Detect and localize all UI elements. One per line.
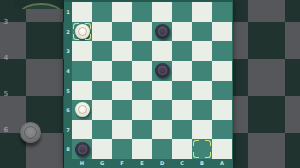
row-labels: 12345678 [64, 2, 72, 159]
background-highlight-square [13, 0, 66, 9]
square-c1[interactable] [172, 2, 192, 22]
square-e3[interactable] [132, 41, 152, 61]
square-b6[interactable] [192, 100, 212, 120]
square-a6[interactable] [212, 100, 232, 120]
square-f6[interactable] [112, 100, 132, 120]
square-a5[interactable] [212, 81, 232, 101]
square-c3[interactable] [172, 41, 192, 61]
square-b5[interactable] [192, 81, 212, 101]
square-h3[interactable] [72, 41, 92, 61]
square-e5[interactable] [132, 81, 152, 101]
white-piece-h2[interactable] [75, 24, 90, 39]
row-label-2: 2 [65, 23, 72, 40]
square-b3[interactable] [192, 41, 212, 61]
square-d6[interactable] [152, 100, 172, 120]
background-dimmed-piece [20, 122, 41, 143]
square-b7[interactable] [192, 120, 212, 140]
col-label-f: F [114, 158, 131, 167]
piece-ring [24, 126, 37, 139]
square-g7[interactable] [92, 120, 112, 140]
col-label-d: D [154, 158, 171, 167]
row-label-6: 6 [65, 102, 72, 119]
background-row-label-5: 5 [2, 90, 10, 98]
square-b2[interactable] [192, 22, 212, 42]
square-c5[interactable] [172, 81, 192, 101]
square-a3[interactable] [212, 41, 232, 61]
square-a1[interactable] [212, 2, 232, 22]
square-d3[interactable] [152, 41, 172, 61]
piece-ring [158, 66, 167, 75]
square-h4[interactable] [72, 61, 92, 81]
highlight-brackets [193, 140, 211, 158]
piece-ring [78, 27, 87, 36]
col-label-e: E [134, 158, 151, 167]
background-row-label-4: 4 [2, 54, 10, 62]
square-c2[interactable] [172, 22, 192, 42]
square-g1[interactable] [92, 2, 112, 22]
col-label-g: G [94, 158, 111, 167]
square-a2[interactable] [212, 22, 232, 42]
square-d1[interactable] [152, 2, 172, 22]
board-panel: 12345678 HGFEDCBA [64, 0, 233, 168]
square-h6[interactable] [72, 100, 92, 120]
row-label-3: 3 [65, 43, 72, 60]
col-label-c: C [174, 158, 191, 167]
col-label-a: A [214, 158, 231, 167]
square-c4[interactable] [172, 61, 192, 81]
black-piece-d4[interactable] [155, 63, 170, 78]
square-h1[interactable] [72, 2, 92, 22]
square-f7[interactable] [112, 120, 132, 140]
square-a4[interactable] [212, 61, 232, 81]
white-piece-h6[interactable] [75, 102, 90, 117]
col-label-h: H [74, 158, 91, 167]
row-label-4: 4 [65, 62, 72, 79]
piece-ring [78, 145, 87, 154]
square-g6[interactable] [92, 100, 112, 120]
square-b4[interactable] [192, 61, 212, 81]
square-d5[interactable] [152, 81, 172, 101]
piece-ring [158, 27, 167, 36]
row-label-1: 1 [65, 3, 72, 20]
square-e1[interactable] [132, 2, 152, 22]
square-a7[interactable] [212, 120, 232, 140]
square-d7[interactable] [152, 120, 172, 140]
row-label-5: 5 [65, 82, 72, 99]
background-piece-arc [20, 3, 62, 9]
square-f3[interactable] [112, 41, 132, 61]
col-label-b: B [194, 158, 211, 167]
square-f1[interactable] [112, 2, 132, 22]
row-label-8: 8 [65, 141, 72, 158]
board-grid [72, 2, 232, 159]
square-d4[interactable] [152, 61, 172, 81]
square-f5[interactable] [112, 81, 132, 101]
square-g3[interactable] [92, 41, 112, 61]
square-e4[interactable] [132, 61, 152, 81]
square-g4[interactable] [92, 61, 112, 81]
piece-ring [78, 105, 87, 114]
square-e7[interactable] [132, 120, 152, 140]
square-c7[interactable] [172, 120, 192, 140]
square-e6[interactable] [132, 100, 152, 120]
square-b1[interactable] [192, 2, 212, 22]
row-label-7: 7 [65, 121, 72, 138]
square-c6[interactable] [172, 100, 192, 120]
black-piece-h8[interactable] [75, 142, 90, 157]
square-d2[interactable] [152, 22, 172, 42]
col-labels: HGFEDCBA [72, 157, 232, 168]
background-row-label-3: 3 [2, 18, 10, 26]
app-canvas: 3456 12345678 HGFEDCBA [0, 0, 300, 168]
black-piece-d2[interactable] [155, 24, 170, 39]
square-g5[interactable] [92, 81, 112, 101]
square-g2[interactable] [92, 22, 112, 42]
square-h2[interactable] [72, 22, 92, 42]
background-row-label-6: 6 [2, 126, 10, 134]
square-f2[interactable] [112, 22, 132, 42]
square-e2[interactable] [132, 22, 152, 42]
square-h5[interactable] [72, 81, 92, 101]
square-h7[interactable] [72, 120, 92, 140]
square-f4[interactable] [112, 61, 132, 81]
